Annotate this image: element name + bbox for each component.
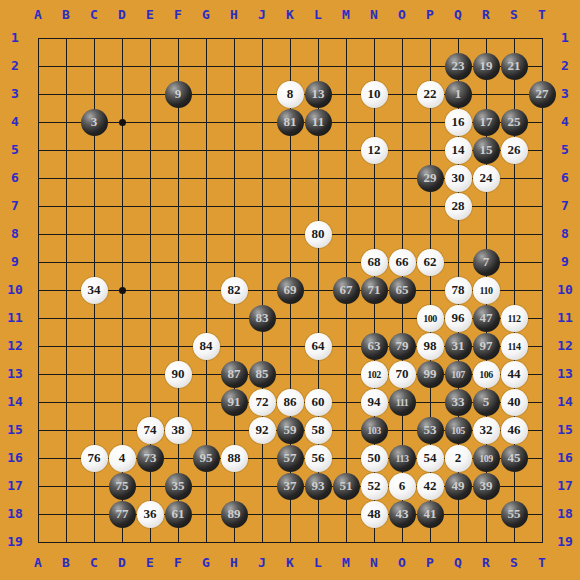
- black-stone-19-r2[interactable]: 19: [473, 53, 500, 80]
- white-stone-32-r15[interactable]: 32: [473, 417, 500, 444]
- black-stone-41-p18[interactable]: 41: [417, 501, 444, 528]
- coord-label-1: 1: [552, 31, 578, 45]
- coord-label-G: G: [192, 556, 220, 570]
- white-stone-76-c16[interactable]: 76: [81, 445, 108, 472]
- black-stone-27-t3[interactable]: 27: [529, 81, 556, 108]
- white-stone-86-k14[interactable]: 86: [277, 389, 304, 416]
- white-stone-112-s11[interactable]: 112: [501, 305, 528, 332]
- go-kifu-diagram: 1234567891011121314151617192122232425262…: [0, 0, 580, 580]
- coord-label-16: 16: [552, 451, 578, 465]
- coord-label-N: N: [360, 556, 388, 570]
- white-stone-38-f15[interactable]: 38: [165, 417, 192, 444]
- white-stone-54-p16[interactable]: 54: [417, 445, 444, 472]
- white-stone-72-j14[interactable]: 72: [249, 389, 276, 416]
- coord-label-1: 1: [2, 31, 28, 45]
- coord-label-12: 12: [552, 339, 578, 353]
- coord-label-O: O: [388, 8, 416, 22]
- black-stone-7-r9[interactable]: 7: [473, 249, 500, 276]
- coord-label-19: 19: [2, 535, 28, 549]
- coord-label-6: 6: [552, 171, 578, 185]
- white-stone-98-p12[interactable]: 98: [417, 333, 444, 360]
- black-stone-13-l3[interactable]: 13: [305, 81, 332, 108]
- coord-label-5: 5: [2, 143, 28, 157]
- coord-label-K: K: [276, 556, 304, 570]
- black-stone-39-r17[interactable]: 39: [473, 473, 500, 500]
- white-stone-30-q6[interactable]: 30: [445, 165, 472, 192]
- coord-label-4: 4: [2, 115, 28, 129]
- black-stone-107-q13[interactable]: 107: [445, 361, 472, 388]
- black-stone-83-j11[interactable]: 83: [249, 305, 276, 332]
- coord-label-18: 18: [552, 507, 578, 521]
- coord-label-5: 5: [552, 143, 578, 157]
- coord-label-6: 6: [2, 171, 28, 185]
- coord-label-Q: Q: [444, 556, 472, 570]
- white-stone-64-l12[interactable]: 64: [305, 333, 332, 360]
- coord-label-B: B: [52, 8, 80, 22]
- coord-label-10: 10: [552, 283, 578, 297]
- coord-label-K: K: [276, 8, 304, 22]
- white-stone-96-q11[interactable]: 96: [445, 305, 472, 332]
- coord-label-15: 15: [552, 423, 578, 437]
- white-stone-92-j15[interactable]: 92: [249, 417, 276, 444]
- coord-label-9: 9: [2, 255, 28, 269]
- black-stone-25-s4[interactable]: 25: [501, 109, 528, 136]
- coord-label-15: 15: [2, 423, 28, 437]
- black-stone-89-h18[interactable]: 89: [221, 501, 248, 528]
- black-stone-71-n10[interactable]: 71: [361, 277, 388, 304]
- white-stone-2-q16[interactable]: 2: [445, 445, 472, 472]
- coord-label-E: E: [136, 556, 164, 570]
- black-stone-11-l4[interactable]: 11: [305, 109, 332, 136]
- coord-label-N: N: [360, 8, 388, 22]
- coord-label-13: 13: [552, 367, 578, 381]
- black-stone-21-s2[interactable]: 21: [501, 53, 528, 80]
- white-stone-12-n5[interactable]: 12: [361, 137, 388, 164]
- coord-label-17: 17: [2, 479, 28, 493]
- black-stone-61-f18[interactable]: 61: [165, 501, 192, 528]
- coord-label-F: F: [164, 8, 192, 22]
- black-stone-15-r5[interactable]: 15: [473, 137, 500, 164]
- coord-label-2: 2: [552, 59, 578, 73]
- white-stone-70-o13[interactable]: 70: [389, 361, 416, 388]
- black-stone-67-m10[interactable]: 67: [333, 277, 360, 304]
- black-stone-35-f17[interactable]: 35: [165, 473, 192, 500]
- black-stone-65-o10[interactable]: 65: [389, 277, 416, 304]
- white-stone-106-r13[interactable]: 106: [473, 361, 500, 388]
- coord-label-A: A: [24, 8, 52, 22]
- coord-label-11: 11: [552, 311, 578, 325]
- coord-label-13: 13: [2, 367, 28, 381]
- coord-label-7: 7: [552, 199, 578, 213]
- white-stone-42-p17[interactable]: 42: [417, 473, 444, 500]
- black-stone-47-r11[interactable]: 47: [473, 305, 500, 332]
- white-stone-60-l14[interactable]: 60: [305, 389, 332, 416]
- coord-label-14: 14: [552, 395, 578, 409]
- coord-label-12: 12: [2, 339, 28, 353]
- black-stone-95-g16[interactable]: 95: [193, 445, 220, 472]
- white-stone-84-g12[interactable]: 84: [193, 333, 220, 360]
- white-stone-48-n18[interactable]: 48: [361, 501, 388, 528]
- black-stone-17-r4[interactable]: 17: [473, 109, 500, 136]
- coord-label-C: C: [80, 8, 108, 22]
- black-stone-93-l17[interactable]: 93: [305, 473, 332, 500]
- white-stone-68-n9[interactable]: 68: [361, 249, 388, 276]
- coord-label-P: P: [416, 556, 444, 570]
- coord-label-S: S: [500, 556, 528, 570]
- white-stone-26-s5[interactable]: 26: [501, 137, 528, 164]
- coord-label-J: J: [248, 8, 276, 22]
- coord-label-9: 9: [552, 255, 578, 269]
- white-stone-90-f13[interactable]: 90: [165, 361, 192, 388]
- black-stone-85-j13[interactable]: 85: [249, 361, 276, 388]
- black-stone-91-h14[interactable]: 91: [221, 389, 248, 416]
- star-point-d4: [119, 119, 126, 126]
- white-stone-14-q5[interactable]: 14: [445, 137, 472, 164]
- white-stone-74-e15[interactable]: 74: [137, 417, 164, 444]
- white-stone-58-l15[interactable]: 58: [305, 417, 332, 444]
- coord-label-Q: Q: [444, 8, 472, 22]
- black-stone-109-r16[interactable]: 109: [473, 445, 500, 472]
- white-stone-78-q10[interactable]: 78: [445, 277, 472, 304]
- coord-label-H: H: [220, 556, 248, 570]
- coord-label-R: R: [472, 556, 500, 570]
- black-stone-59-k15[interactable]: 59: [277, 417, 304, 444]
- coord-label-L: L: [304, 556, 332, 570]
- black-stone-81-k4[interactable]: 81: [277, 109, 304, 136]
- black-stone-77-d18[interactable]: 77: [109, 501, 136, 528]
- black-stone-49-q17[interactable]: 49: [445, 473, 472, 500]
- white-stone-40-s14[interactable]: 40: [501, 389, 528, 416]
- white-stone-62-p9[interactable]: 62: [417, 249, 444, 276]
- coord-label-T: T: [528, 8, 556, 22]
- black-stone-57-k16[interactable]: 57: [277, 445, 304, 472]
- coord-label-M: M: [332, 8, 360, 22]
- white-stone-56-l16[interactable]: 56: [305, 445, 332, 472]
- white-stone-36-e18[interactable]: 36: [137, 501, 164, 528]
- coord-label-14: 14: [2, 395, 28, 409]
- white-stone-24-r6[interactable]: 24: [473, 165, 500, 192]
- white-stone-102-n13[interactable]: 102: [361, 361, 388, 388]
- coord-label-C: C: [80, 556, 108, 570]
- black-stone-33-q14[interactable]: 33: [445, 389, 472, 416]
- coord-label-19: 19: [552, 535, 578, 549]
- coord-label-10: 10: [2, 283, 28, 297]
- white-stone-8-k3[interactable]: 8: [277, 81, 304, 108]
- white-stone-110-r10[interactable]: 110: [473, 277, 500, 304]
- black-stone-87-h13[interactable]: 87: [221, 361, 248, 388]
- coord-label-S: S: [500, 8, 528, 22]
- black-stone-1-q3[interactable]: 1: [445, 81, 472, 108]
- black-stone-3-c4[interactable]: 3: [81, 109, 108, 136]
- black-stone-113-o16[interactable]: 113: [389, 445, 416, 472]
- coord-label-2: 2: [2, 59, 28, 73]
- white-stone-44-s13[interactable]: 44: [501, 361, 528, 388]
- black-stone-97-r12[interactable]: 97: [473, 333, 500, 360]
- coord-label-E: E: [136, 8, 164, 22]
- coord-label-J: J: [248, 556, 276, 570]
- coord-label-T: T: [528, 556, 556, 570]
- white-stone-88-h16[interactable]: 88: [221, 445, 248, 472]
- coord-label-8: 8: [2, 227, 28, 241]
- white-stone-4-d16[interactable]: 4: [109, 445, 136, 472]
- coord-label-D: D: [108, 556, 136, 570]
- coord-label-B: B: [52, 556, 80, 570]
- white-stone-46-s15[interactable]: 46: [501, 417, 528, 444]
- white-stone-22-p3[interactable]: 22: [417, 81, 444, 108]
- coord-label-L: L: [304, 8, 332, 22]
- coord-label-P: P: [416, 8, 444, 22]
- black-stone-63-n12[interactable]: 63: [361, 333, 388, 360]
- coord-label-8: 8: [552, 227, 578, 241]
- coord-label-11: 11: [2, 311, 28, 325]
- white-stone-10-n3[interactable]: 10: [361, 81, 388, 108]
- coord-label-4: 4: [552, 115, 578, 129]
- white-stone-6-o17[interactable]: 6: [389, 473, 416, 500]
- black-stone-53-p15[interactable]: 53: [417, 417, 444, 444]
- coord-label-3: 3: [2, 87, 28, 101]
- black-stone-73-e16[interactable]: 73: [137, 445, 164, 472]
- coord-label-G: G: [192, 8, 220, 22]
- black-stone-37-k17[interactable]: 37: [277, 473, 304, 500]
- white-stone-52-n17[interactable]: 52: [361, 473, 388, 500]
- coord-label-H: H: [220, 8, 248, 22]
- coord-label-16: 16: [2, 451, 28, 465]
- white-stone-94-n14[interactable]: 94: [361, 389, 388, 416]
- coord-label-R: R: [472, 8, 500, 22]
- black-stone-75-d17[interactable]: 75: [109, 473, 136, 500]
- white-stone-100-p11[interactable]: 100: [417, 305, 444, 332]
- black-stone-45-s16[interactable]: 45: [501, 445, 528, 472]
- black-stone-105-q15[interactable]: 105: [445, 417, 472, 444]
- black-stone-69-k10[interactable]: 69: [277, 277, 304, 304]
- black-stone-23-q2[interactable]: 23: [445, 53, 472, 80]
- coord-label-M: M: [332, 556, 360, 570]
- go-board[interactable]: 1234567891011121314151617192122232425262…: [24, 24, 556, 556]
- coord-label-A: A: [24, 556, 52, 570]
- coord-label-F: F: [164, 556, 192, 570]
- black-stone-103-n15[interactable]: 103: [361, 417, 388, 444]
- black-stone-9-f3[interactable]: 9: [165, 81, 192, 108]
- white-stone-50-n16[interactable]: 50: [361, 445, 388, 472]
- black-stone-43-o18[interactable]: 43: [389, 501, 416, 528]
- star-point-d10: [119, 287, 126, 294]
- black-stone-5-r14[interactable]: 5: [473, 389, 500, 416]
- coord-label-D: D: [108, 8, 136, 22]
- black-stone-55-s18[interactable]: 55: [501, 501, 528, 528]
- coord-label-17: 17: [552, 479, 578, 493]
- black-stone-51-m17[interactable]: 51: [333, 473, 360, 500]
- black-stone-111-o14[interactable]: 111: [389, 389, 416, 416]
- coord-label-7: 7: [2, 199, 28, 213]
- coord-label-18: 18: [2, 507, 28, 521]
- black-stone-29-p6[interactable]: 29: [417, 165, 444, 192]
- black-stone-79-o12[interactable]: 79: [389, 333, 416, 360]
- white-stone-80-l8[interactable]: 80: [305, 221, 332, 248]
- black-stone-31-q12[interactable]: 31: [445, 333, 472, 360]
- white-stone-16-q4[interactable]: 16: [445, 109, 472, 136]
- white-stone-66-o9[interactable]: 66: [389, 249, 416, 276]
- black-stone-99-p13[interactable]: 99: [417, 361, 444, 388]
- coord-label-3: 3: [552, 87, 578, 101]
- coord-label-O: O: [388, 556, 416, 570]
- white-stone-28-q7[interactable]: 28: [445, 193, 472, 220]
- white-stone-82-h10[interactable]: 82: [221, 277, 248, 304]
- white-stone-34-c10[interactable]: 34: [81, 277, 108, 304]
- white-stone-114-s12[interactable]: 114: [501, 333, 528, 360]
